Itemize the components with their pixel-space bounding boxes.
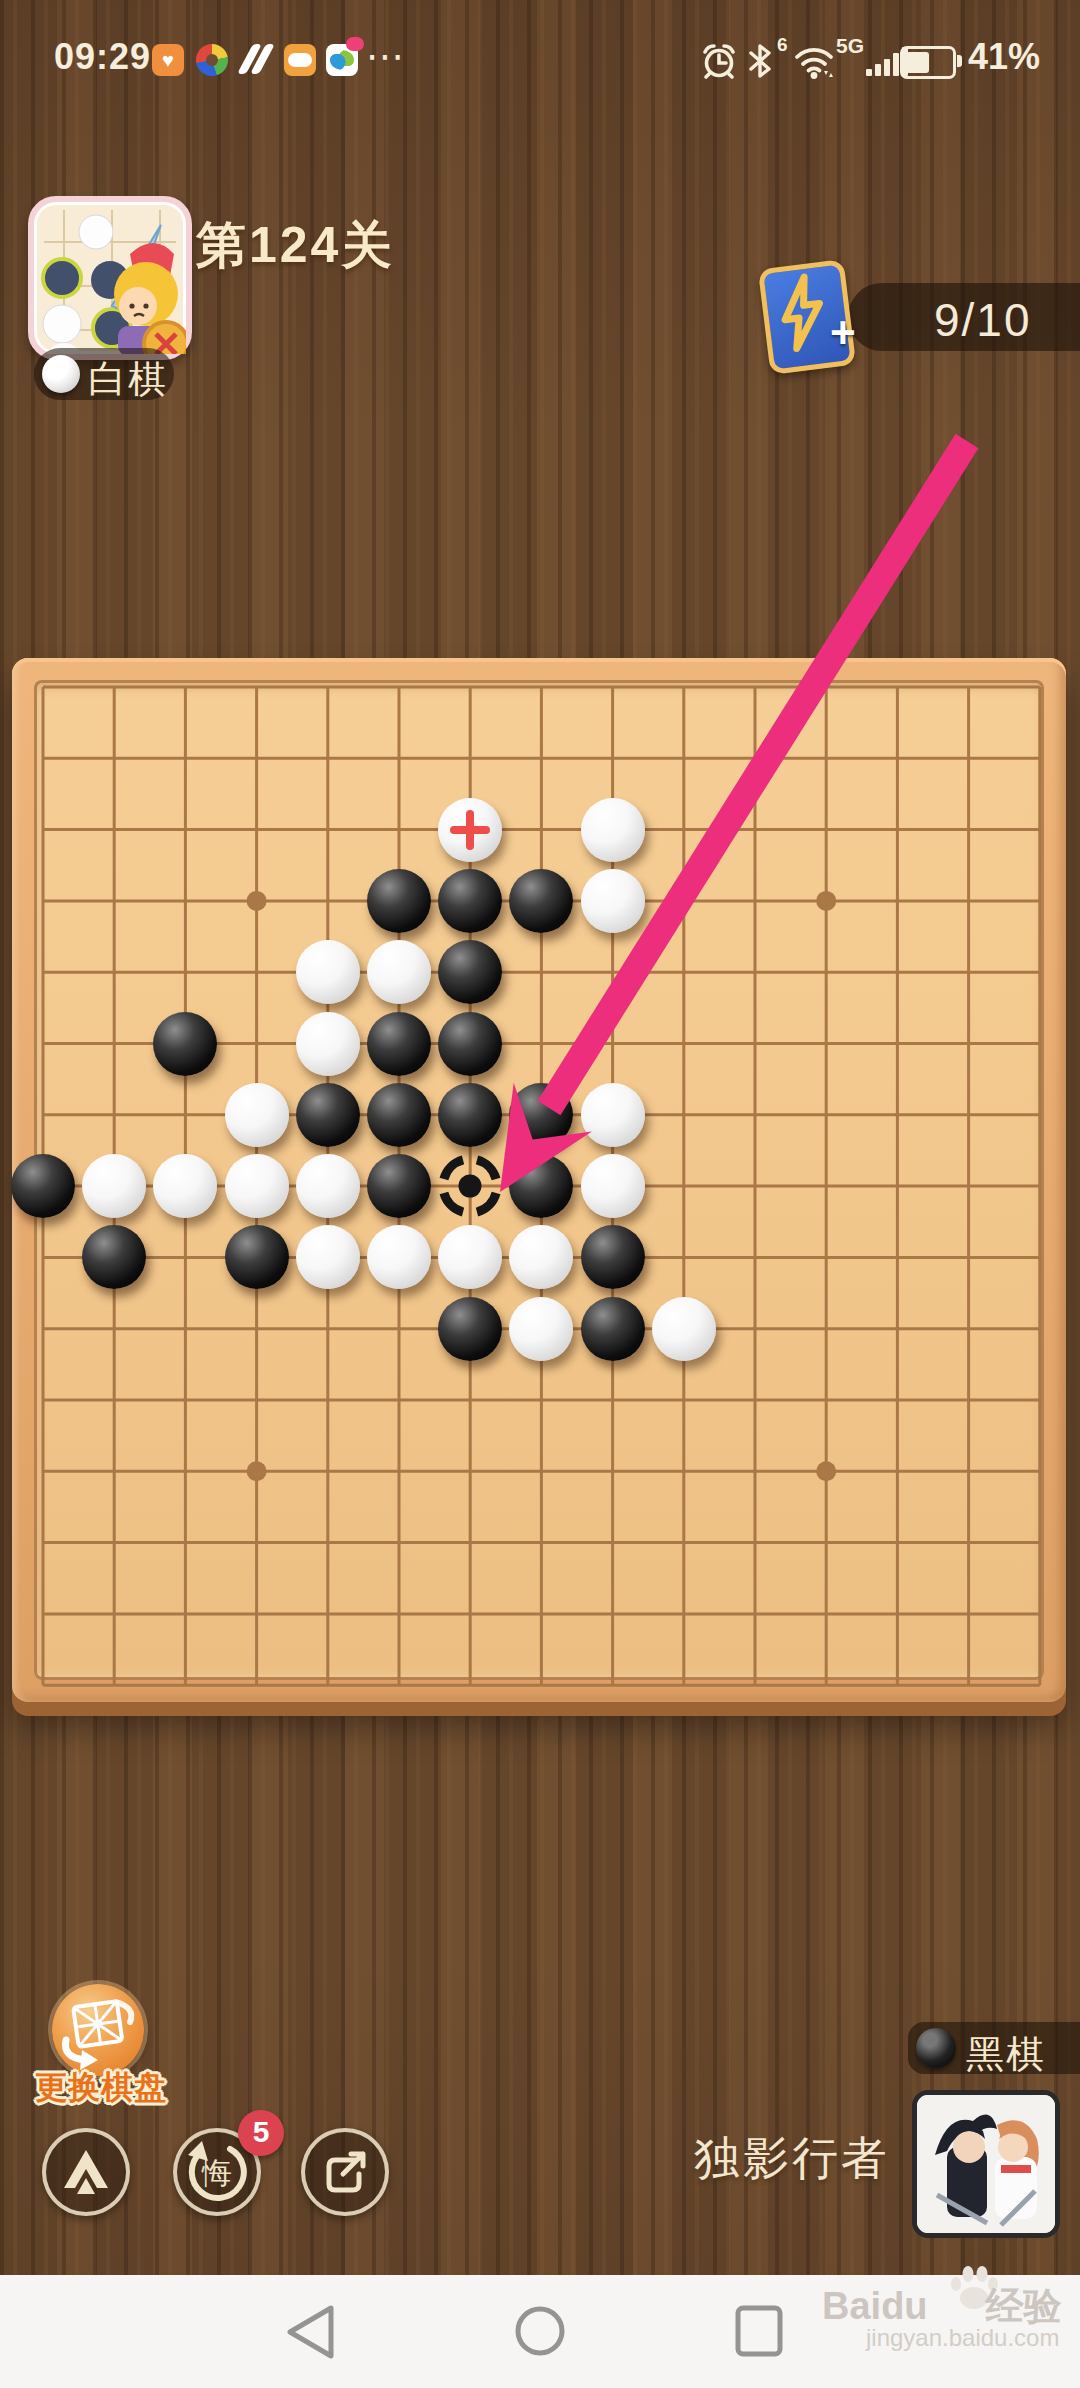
stone-black xyxy=(11,1154,75,1218)
star-point xyxy=(816,1461,836,1481)
stone-black xyxy=(581,1297,645,1361)
star-point xyxy=(247,891,267,911)
launcher-button[interactable] xyxy=(42,2128,130,2216)
share-button[interactable] xyxy=(301,2128,389,2216)
opponent-side-label: 黑棋 xyxy=(966,2029,1046,2080)
stone-white xyxy=(296,1154,360,1218)
stone-black xyxy=(509,869,573,933)
stone-black xyxy=(367,1154,431,1218)
undo-character: 悔 xyxy=(202,2153,232,2194)
stone-black xyxy=(296,1083,360,1147)
stone-black xyxy=(438,1012,502,1076)
stone-white xyxy=(652,1297,716,1361)
change-board-button[interactable] xyxy=(52,1984,144,2076)
stone-white xyxy=(225,1154,289,1218)
stone-black xyxy=(438,940,502,1004)
stone-white xyxy=(581,1083,645,1147)
opponent-side-badge: 黑棋 xyxy=(908,2022,1080,2074)
star-point xyxy=(247,1461,267,1481)
stone-black xyxy=(367,869,431,933)
black-stone-icon xyxy=(916,2028,956,2068)
stone-white xyxy=(82,1154,146,1218)
game-screen: 09:29 ♥ ⋯ 6 5G 41% xyxy=(0,0,1080,2388)
nav-recents-icon[interactable] xyxy=(734,2305,784,2357)
stone-white xyxy=(509,1297,573,1361)
stone-black xyxy=(367,1083,431,1147)
stone-white xyxy=(367,1225,431,1289)
change-board-label[interactable]: 更换棋盘 xyxy=(26,2066,176,2110)
baidu-watermark-url: jingyan.baidu.com xyxy=(866,2324,1059,2352)
stone-black xyxy=(438,1297,502,1361)
stone-black xyxy=(581,1225,645,1289)
stone-white xyxy=(581,798,645,862)
nav-home-icon[interactable] xyxy=(514,2305,566,2357)
stone-black xyxy=(153,1012,217,1076)
stone-black xyxy=(367,1012,431,1076)
stone-black xyxy=(438,869,502,933)
stone-white xyxy=(296,1012,360,1076)
stone-white xyxy=(581,869,645,933)
target-reticle[interactable] xyxy=(432,1148,508,1224)
stone-white-marked xyxy=(438,798,502,862)
star-point xyxy=(816,891,836,911)
stone-black xyxy=(509,1083,573,1147)
opponent-avatar[interactable] xyxy=(912,2090,1060,2238)
stone-white xyxy=(581,1154,645,1218)
stone-white xyxy=(225,1083,289,1147)
stone-white xyxy=(367,940,431,1004)
stone-white xyxy=(296,1225,360,1289)
nav-back-icon[interactable] xyxy=(285,2305,335,2359)
red-cross-marker xyxy=(466,810,474,850)
stone-black xyxy=(225,1225,289,1289)
stone-white xyxy=(296,940,360,1004)
stone-black xyxy=(438,1083,502,1147)
player-name: 独影行者 xyxy=(610,2128,890,2190)
undo-count-badge: 5 xyxy=(238,2110,284,2156)
